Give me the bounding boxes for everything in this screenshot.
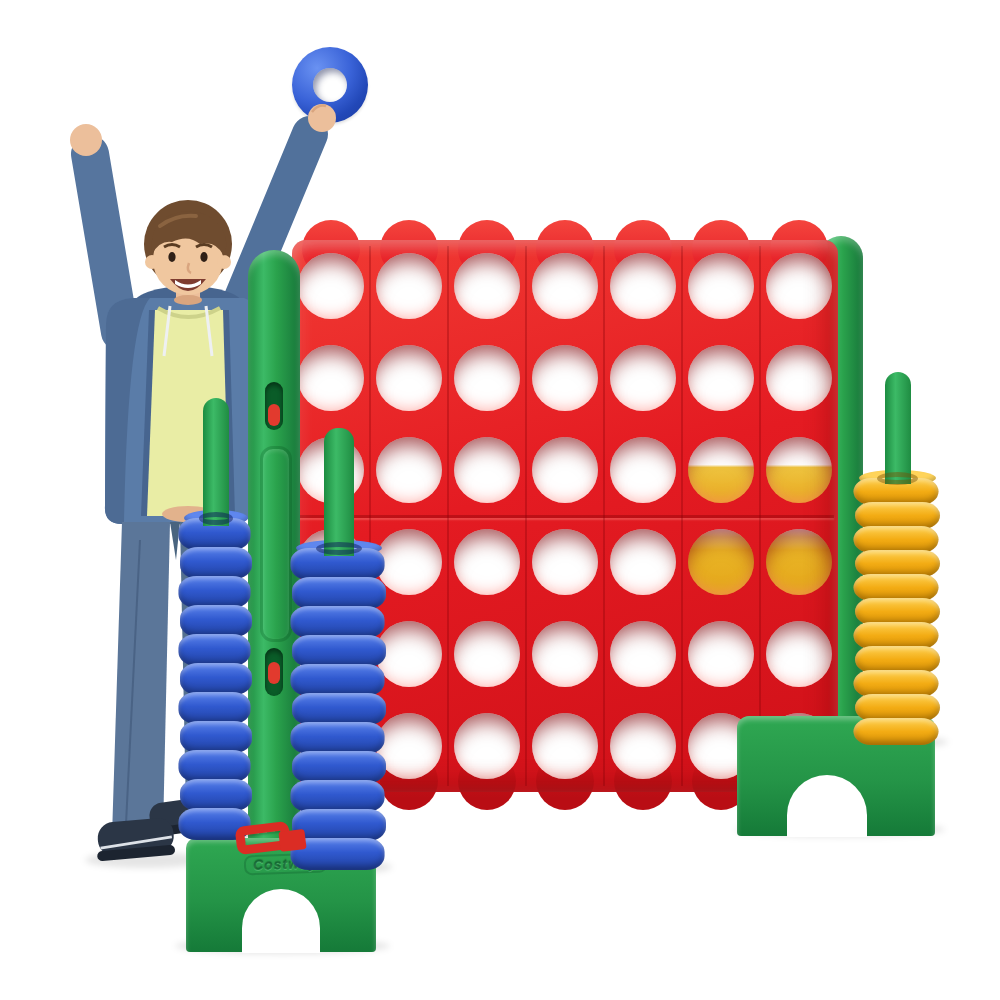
board-hole	[376, 253, 442, 319]
yellow-ring	[854, 622, 939, 649]
child-eye	[200, 252, 207, 262]
board-cell	[448, 424, 526, 516]
yellow-ring	[854, 574, 939, 601]
board-cell	[526, 424, 604, 516]
blue-ring	[180, 605, 252, 637]
board-cell	[448, 516, 526, 608]
ring-stack-front-left	[180, 398, 252, 840]
board-hole	[688, 345, 754, 411]
board-cell	[604, 608, 682, 700]
board-hole	[766, 621, 832, 687]
board-hole	[376, 345, 442, 411]
board-cell	[292, 240, 370, 332]
board-cell	[292, 332, 370, 424]
blue-ring	[291, 722, 385, 754]
child-ear	[145, 255, 159, 269]
stack-post	[885, 372, 911, 484]
child-shoe-front	[94, 817, 175, 862]
stack-post	[324, 428, 354, 556]
board-cell	[448, 240, 526, 332]
child-ear	[217, 255, 231, 269]
board-hole	[688, 437, 754, 503]
board-hole	[454, 529, 520, 595]
board-cell	[604, 700, 682, 792]
blue-ring	[292, 635, 386, 667]
blue-ring	[180, 547, 252, 579]
board-column-seam	[525, 246, 527, 786]
child-fist-left	[70, 124, 102, 156]
neck-shadow	[174, 295, 202, 305]
stack-rings	[292, 548, 386, 870]
board-cell	[682, 516, 760, 608]
board-cell	[526, 516, 604, 608]
board-hole	[610, 713, 676, 779]
board-hole	[298, 345, 364, 411]
stack-top-opening	[316, 542, 361, 555]
ring-stack-front-center	[292, 428, 386, 870]
blue-ring	[180, 779, 252, 811]
ring-stack-right	[855, 372, 940, 745]
blue-ring	[180, 721, 252, 753]
child-hand-on-ring	[308, 104, 336, 132]
board-hole	[766, 529, 832, 595]
blue-ring	[292, 809, 386, 841]
board-cell	[526, 240, 604, 332]
child-jeans-left	[112, 522, 170, 836]
board-hole	[610, 621, 676, 687]
board-hole	[532, 437, 598, 503]
board-cell	[760, 424, 838, 516]
yellow-ring	[855, 646, 940, 673]
board-column-seam	[603, 246, 605, 786]
yellow-ring	[855, 598, 940, 625]
board-cell	[682, 240, 760, 332]
yellow-ring	[855, 502, 940, 529]
board-hole	[766, 253, 832, 319]
yellow-ring	[854, 718, 939, 745]
blue-ring	[291, 606, 385, 638]
board-hole	[766, 345, 832, 411]
board-hole	[454, 621, 520, 687]
board-hole	[298, 253, 364, 319]
board-hole	[688, 621, 754, 687]
board-cell	[760, 516, 838, 608]
yellow-ring	[854, 670, 939, 697]
board-cell	[604, 240, 682, 332]
board-cell	[448, 332, 526, 424]
board-cell	[370, 240, 448, 332]
board-hole	[454, 253, 520, 319]
blue-ring	[292, 751, 386, 783]
yellow-ring	[855, 694, 940, 721]
slider-red-glimpse	[268, 662, 280, 684]
blue-ring	[292, 693, 386, 725]
release-slot-upper	[265, 382, 283, 430]
board-cell	[760, 240, 838, 332]
board-column-seam	[681, 246, 683, 786]
yellow-ring	[855, 550, 940, 577]
board-cell	[604, 332, 682, 424]
post-groove	[260, 446, 292, 642]
board-cell	[448, 700, 526, 792]
board-cell	[448, 608, 526, 700]
board-hole	[766, 437, 832, 503]
stack-rings	[855, 478, 940, 745]
board-hole	[688, 253, 754, 319]
board-cell	[682, 332, 760, 424]
yellow-ring	[854, 526, 939, 553]
blue-ring	[292, 577, 386, 609]
board-hole	[532, 529, 598, 595]
board-cell	[760, 608, 838, 700]
stack-top-opening	[199, 512, 234, 525]
blue-ring	[291, 664, 385, 696]
stack-top-opening	[877, 472, 918, 485]
child-eye	[168, 252, 175, 262]
board-hole	[454, 345, 520, 411]
board-cell	[682, 424, 760, 516]
board-cell	[370, 332, 448, 424]
blue-ring	[179, 576, 251, 608]
blue-ring	[179, 750, 251, 782]
board-cell	[526, 700, 604, 792]
board-cell	[526, 332, 604, 424]
blue-ring	[291, 780, 385, 812]
blue-ring	[179, 692, 251, 724]
board-cell	[760, 332, 838, 424]
board-hole	[454, 713, 520, 779]
board-hole	[532, 345, 598, 411]
blue-ring	[180, 663, 252, 695]
board-cell	[604, 516, 682, 608]
board-cell	[682, 608, 760, 700]
board-hole	[532, 621, 598, 687]
product-photo-scene: Costway	[0, 0, 1000, 1000]
release-slider-handle	[234, 821, 291, 855]
board-hole	[610, 345, 676, 411]
board-column-seam	[759, 246, 761, 786]
board-hole	[454, 437, 520, 503]
board-column-seam	[447, 246, 449, 786]
stack-post	[203, 398, 229, 526]
board-cell	[526, 608, 604, 700]
board-hole	[610, 437, 676, 503]
board-hole	[532, 713, 598, 779]
release-slot-lower	[265, 648, 283, 696]
board-hole	[610, 253, 676, 319]
board-cell	[604, 424, 682, 516]
blue-ring	[179, 634, 251, 666]
stack-rings	[180, 518, 252, 840]
board-hole	[610, 529, 676, 595]
board-hole	[688, 529, 754, 595]
slider-red-glimpse	[268, 404, 280, 426]
board-hole	[532, 253, 598, 319]
